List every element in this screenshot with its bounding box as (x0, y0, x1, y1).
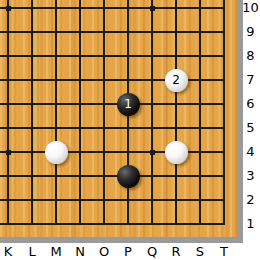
grid-line-horizontal (0, 151, 225, 153)
grid-line-vertical (7, 0, 9, 225)
grid-line-vertical (103, 0, 105, 225)
row-label: 1 (242, 217, 259, 231)
grid-line-vertical (55, 0, 57, 225)
go-diagram: 12 KLMNOPQRST 10987654321 (0, 0, 260, 260)
star-point (150, 150, 155, 155)
grid-line-horizontal (0, 103, 225, 105)
row-label: 3 (242, 169, 259, 183)
row-label: 6 (242, 97, 259, 111)
go-stone (165, 141, 188, 164)
grid-line-horizontal (0, 7, 225, 9)
go-stone (117, 165, 140, 188)
go-stone (45, 141, 68, 164)
row-label: 5 (242, 121, 259, 135)
column-label: P (119, 245, 137, 259)
column-label: K (0, 245, 17, 259)
grid-line-vertical (175, 0, 177, 225)
column-label: S (191, 245, 209, 259)
grid-line-horizontal (0, 175, 225, 177)
star-point (6, 150, 11, 155)
star-point (6, 6, 11, 11)
row-label: 9 (242, 25, 259, 39)
grid-line-vertical (79, 0, 81, 225)
board-frame: 12 (0, 0, 243, 243)
star-point (150, 6, 155, 11)
column-label: N (71, 245, 89, 259)
grid-line-vertical (31, 0, 33, 225)
grid-line-horizontal (0, 79, 225, 81)
grid-line-horizontal (0, 199, 225, 201)
column-label: T (215, 245, 233, 259)
grid-line-vertical (199, 0, 201, 225)
go-stone: 2 (165, 69, 188, 92)
grid-line-vertical (223, 0, 225, 225)
grid-line-horizontal (0, 223, 225, 225)
go-stone: 1 (117, 93, 140, 116)
stone-move-number: 1 (124, 98, 132, 110)
row-label: 4 (242, 145, 259, 159)
column-label: L (23, 245, 41, 259)
grid-line-vertical (151, 0, 153, 225)
column-label: O (95, 245, 113, 259)
board-surface: 12 (0, 0, 237, 237)
column-label: M (47, 245, 65, 259)
row-label: 10 (242, 1, 259, 15)
column-label: Q (143, 245, 161, 259)
grid-line-horizontal (0, 127, 225, 129)
row-label: 2 (242, 193, 259, 207)
grid-line-horizontal (0, 31, 225, 33)
stone-move-number: 2 (172, 74, 180, 86)
grid-line-horizontal (0, 55, 225, 57)
row-label: 8 (242, 49, 259, 63)
column-label: R (167, 245, 185, 259)
row-label: 7 (242, 73, 259, 87)
